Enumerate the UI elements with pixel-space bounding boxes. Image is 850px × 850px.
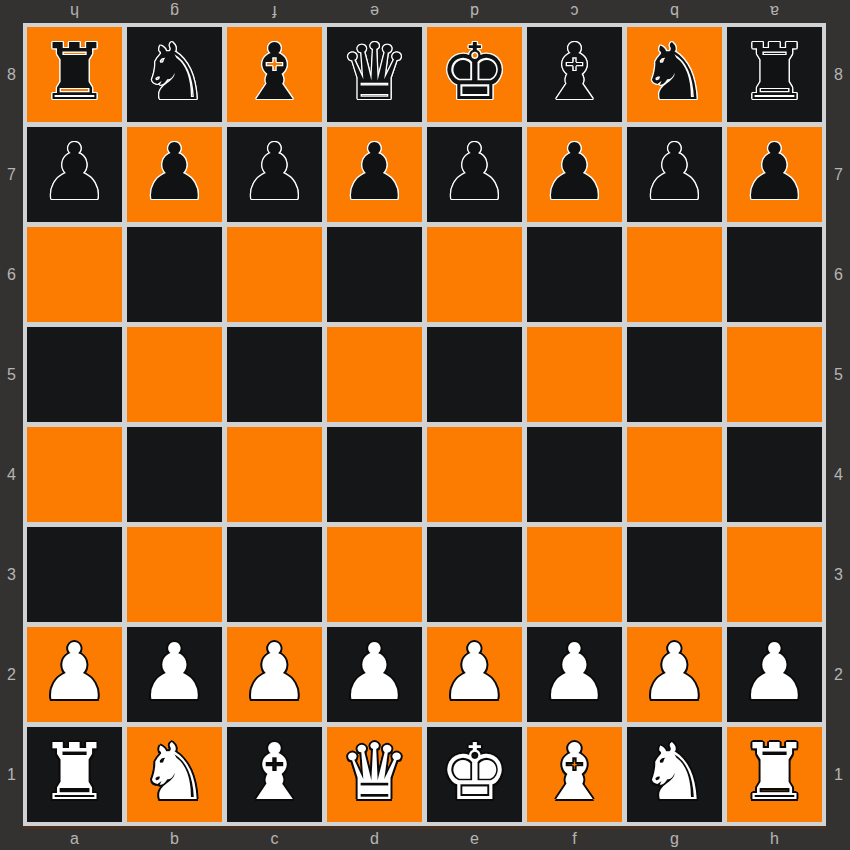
piece-black-bishop[interactable]: ♝ — [540, 33, 610, 111]
square-h6[interactable] — [727, 227, 822, 322]
square-g5[interactable] — [627, 327, 722, 422]
piece-black-knight[interactable]: ♞ — [640, 33, 710, 111]
square-g6[interactable] — [627, 227, 722, 322]
square-b3[interactable] — [127, 527, 222, 622]
rank-label-5: 5 — [0, 327, 23, 422]
file-label-d: d — [427, 0, 522, 23]
piece-white-rook[interactable]: ♜ — [740, 733, 810, 811]
piece-black-pawn[interactable]: ♟ — [240, 133, 310, 211]
piece-white-pawn[interactable]: ♟ — [740, 633, 810, 711]
square-d5[interactable] — [327, 327, 422, 422]
square-e5[interactable] — [427, 327, 522, 422]
rank-label-5: 5 — [827, 327, 850, 422]
square-f1[interactable]: ♝ — [527, 727, 622, 822]
piece-black-rook[interactable]: ♜ — [40, 33, 110, 111]
rank-label-2: 2 — [0, 627, 23, 722]
piece-black-knight[interactable]: ♞ — [140, 33, 210, 111]
square-c1[interactable]: ♝ — [227, 727, 322, 822]
file-label-e: e — [327, 0, 422, 23]
square-c2[interactable]: ♟ — [227, 627, 322, 722]
rank-label-4: 4 — [827, 427, 850, 522]
square-h1[interactable]: ♜ — [727, 727, 822, 822]
rank-label-1: 1 — [827, 727, 850, 822]
square-c7[interactable]: ♟ — [227, 127, 322, 222]
square-c6[interactable] — [227, 227, 322, 322]
piece-black-pawn[interactable]: ♟ — [340, 133, 410, 211]
square-f5[interactable] — [527, 327, 622, 422]
piece-black-pawn[interactable]: ♟ — [640, 133, 710, 211]
rank-label-8: 8 — [827, 27, 850, 122]
square-e6[interactable] — [427, 227, 522, 322]
square-d6[interactable] — [327, 227, 422, 322]
rank-label-6: 6 — [827, 227, 850, 322]
rank-label-1: 1 — [0, 727, 23, 822]
rank-label-3: 3 — [827, 527, 850, 622]
piece-black-pawn[interactable]: ♟ — [140, 133, 210, 211]
square-d4[interactable] — [327, 427, 422, 522]
file-label-h: h — [27, 0, 122, 23]
file-label-a: a — [27, 827, 122, 850]
square-c3[interactable] — [227, 527, 322, 622]
square-f2[interactable]: ♟ — [527, 627, 622, 722]
square-g1[interactable]: ♞ — [627, 727, 722, 822]
piece-white-knight[interactable]: ♞ — [640, 733, 710, 811]
square-e2[interactable]: ♟ — [427, 627, 522, 722]
square-b1[interactable]: ♞ — [127, 727, 222, 822]
square-a7[interactable]: ♟ — [27, 127, 122, 222]
piece-white-pawn[interactable]: ♟ — [240, 633, 310, 711]
square-g7[interactable]: ♟ — [627, 127, 722, 222]
square-a6[interactable] — [27, 227, 122, 322]
square-h2[interactable]: ♟ — [727, 627, 822, 722]
file-label-b: b — [127, 827, 222, 850]
square-c5[interactable] — [227, 327, 322, 422]
square-e7[interactable]: ♟ — [427, 127, 522, 222]
file-label-b: b — [627, 0, 722, 23]
square-h4[interactable] — [727, 427, 822, 522]
piece-white-rook[interactable]: ♜ — [40, 733, 110, 811]
square-c4[interactable] — [227, 427, 322, 522]
piece-white-pawn[interactable]: ♟ — [40, 633, 110, 711]
file-label-c: c — [527, 0, 622, 23]
square-f8[interactable]: ♝ — [527, 27, 622, 122]
square-a1[interactable]: ♜ — [27, 727, 122, 822]
piece-black-queen[interactable]: ♛ — [340, 33, 410, 111]
file-label-f: f — [227, 0, 322, 23]
square-d2[interactable]: ♟ — [327, 627, 422, 722]
square-b2[interactable]: ♟ — [127, 627, 222, 722]
square-h7[interactable]: ♟ — [727, 127, 822, 222]
piece-black-bishop[interactable]: ♝ — [240, 33, 310, 111]
square-h3[interactable] — [727, 527, 822, 622]
piece-white-pawn[interactable]: ♟ — [640, 633, 710, 711]
square-f7[interactable]: ♟ — [527, 127, 622, 222]
square-a2[interactable]: ♟ — [27, 627, 122, 722]
piece-white-pawn[interactable]: ♟ — [140, 633, 210, 711]
rank-labels-right: 87654321 — [827, 27, 850, 822]
square-g3[interactable] — [627, 527, 722, 622]
square-d8[interactable]: ♛ — [327, 27, 422, 122]
piece-white-king[interactable]: ♚ — [440, 733, 510, 811]
square-f6[interactable] — [527, 227, 622, 322]
piece-white-bishop[interactable]: ♝ — [540, 733, 610, 811]
square-e4[interactable] — [427, 427, 522, 522]
square-g2[interactable]: ♟ — [627, 627, 722, 722]
square-d7[interactable]: ♟ — [327, 127, 422, 222]
square-a5[interactable] — [27, 327, 122, 422]
piece-white-bishop[interactable]: ♝ — [240, 733, 310, 811]
rank-label-7: 7 — [0, 127, 23, 222]
rank-label-3: 3 — [0, 527, 23, 622]
piece-white-pawn[interactable]: ♟ — [340, 633, 410, 711]
square-e8[interactable]: ♚ — [427, 27, 522, 122]
square-b4[interactable] — [127, 427, 222, 522]
square-f4[interactable] — [527, 427, 622, 522]
rank-label-4: 4 — [0, 427, 23, 522]
square-e3[interactable] — [427, 527, 522, 622]
rank-label-8: 8 — [0, 27, 23, 122]
file-label-a: a — [727, 0, 822, 23]
piece-white-pawn[interactable]: ♟ — [440, 633, 510, 711]
square-h8[interactable]: ♜ — [727, 27, 822, 122]
file-label-f: f — [527, 827, 622, 850]
piece-black-rook[interactable]: ♜ — [740, 33, 810, 111]
file-label-h: h — [727, 827, 822, 850]
piece-black-king[interactable]: ♚ — [440, 33, 510, 111]
file-labels-bottom: abcdefgh — [27, 827, 822, 850]
piece-white-knight[interactable]: ♞ — [140, 733, 210, 811]
file-label-g: g — [127, 0, 222, 23]
square-a8[interactable]: ♜ — [27, 27, 122, 122]
square-g8[interactable]: ♞ — [627, 27, 722, 122]
square-h5[interactable] — [727, 327, 822, 422]
file-label-e: e — [427, 827, 522, 850]
rank-label-7: 7 — [827, 127, 850, 222]
piece-white-queen[interactable]: ♛ — [340, 733, 410, 811]
square-f3[interactable] — [527, 527, 622, 622]
square-b7[interactable]: ♟ — [127, 127, 222, 222]
rank-labels-left: 87654321 — [0, 27, 23, 822]
rank-label-2: 2 — [827, 627, 850, 722]
file-label-g: g — [627, 827, 722, 850]
chess-board: ♜♞♝♛♚♝♞♜♟♟♟♟♟♟♟♟♟♟♟♟♟♟♟♟♜♞♝♛♚♝♞♜ — [23, 23, 826, 826]
square-a3[interactable] — [27, 527, 122, 622]
square-c8[interactable]: ♝ — [227, 27, 322, 122]
rank-label-6: 6 — [0, 227, 23, 322]
square-b6[interactable] — [127, 227, 222, 322]
square-d1[interactable]: ♛ — [327, 727, 422, 822]
piece-black-pawn[interactable]: ♟ — [440, 133, 510, 211]
board-container: hgfedcba 87654321 87654321 abcdefgh ♜♞♝♛… — [0, 0, 850, 850]
file-label-c: c — [227, 827, 322, 850]
square-b8[interactable]: ♞ — [127, 27, 222, 122]
piece-black-pawn[interactable]: ♟ — [740, 133, 810, 211]
piece-white-pawn[interactable]: ♟ — [540, 633, 610, 711]
square-g4[interactable] — [627, 427, 722, 522]
piece-black-pawn[interactable]: ♟ — [40, 133, 110, 211]
file-label-d: d — [327, 827, 422, 850]
file-labels-top: hgfedcba — [27, 0, 822, 23]
square-d3[interactable] — [327, 527, 422, 622]
piece-black-pawn[interactable]: ♟ — [540, 133, 610, 211]
square-e1[interactable]: ♚ — [427, 727, 522, 822]
square-b5[interactable] — [127, 327, 222, 422]
square-a4[interactable] — [27, 427, 122, 522]
